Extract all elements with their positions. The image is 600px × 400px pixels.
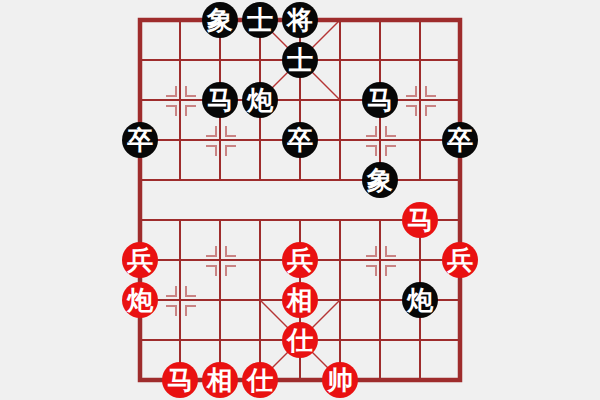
piece-red-elephant[interactable]: 相 (202, 362, 238, 398)
xiangqi-board: 象士将士马炮马卒卒卒象马兵兵兵炮相炮仕马相仕帅 (0, 0, 600, 400)
piece-red-pawn[interactable]: 兵 (282, 242, 318, 278)
piece-black-cannon[interactable]: 炮 (402, 282, 438, 318)
piece-black-cannon[interactable]: 炮 (242, 82, 278, 118)
piece-black-pawn[interactable]: 卒 (122, 122, 158, 158)
board-pieces-layer: 象士将士马炮马卒卒卒象马兵兵兵炮相炮仕马相仕帅 (0, 0, 600, 400)
piece-red-advisor[interactable]: 仕 (282, 322, 318, 358)
piece-red-king[interactable]: 帅 (322, 362, 358, 398)
piece-black-advisor[interactable]: 士 (282, 42, 318, 78)
piece-red-pawn[interactable]: 兵 (442, 242, 478, 278)
piece-red-horse[interactable]: 马 (162, 362, 198, 398)
piece-black-pawn[interactable]: 卒 (442, 122, 478, 158)
piece-black-horse[interactable]: 马 (362, 82, 398, 118)
piece-black-pawn[interactable]: 卒 (282, 122, 318, 158)
piece-black-elephant[interactable]: 象 (362, 162, 398, 198)
piece-red-elephant[interactable]: 相 (282, 282, 318, 318)
piece-black-advisor[interactable]: 士 (242, 2, 278, 38)
piece-red-pawn[interactable]: 兵 (122, 242, 158, 278)
piece-red-horse[interactable]: 马 (402, 202, 438, 238)
piece-red-cannon[interactable]: 炮 (122, 282, 158, 318)
piece-red-advisor[interactable]: 仕 (242, 362, 278, 398)
piece-black-elephant[interactable]: 象 (202, 2, 238, 38)
piece-black-king[interactable]: 将 (282, 2, 318, 38)
piece-black-horse[interactable]: 马 (202, 82, 238, 118)
